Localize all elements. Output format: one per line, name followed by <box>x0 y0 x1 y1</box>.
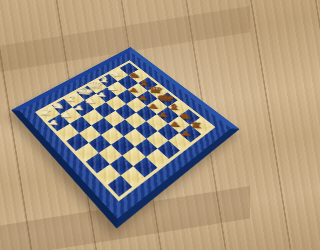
white-rook: ♜ <box>37 109 54 117</box>
black-pawn: ♟ <box>126 87 140 93</box>
black-rook: ♜ <box>188 121 204 129</box>
board-scene: ♞♝♛♚♝♞♜♞♟♟♟♟♟♟♝♟♛♟♚♟♝♟♞♟♜♟ <box>4 28 246 224</box>
chess-board: ♞♝♛♚♝♞♜♞♟♟♟♟♟♟♝♟♛♟♚♟♝♟♞♟♜♟ <box>11 47 239 228</box>
white-pawn: ♟ <box>58 111 74 118</box>
board-inner-frame: ♞♝♛♚♝♞♜♞♟♟♟♟♟♟♝♟♛♟♚♟♝♟♞♟♜♟ <box>35 60 215 201</box>
board-grid: ♞♝♛♚♝♞♜♞♟♟♟♟♟♟♝♟♛♟♚♟♝♟♞♟♜♟ <box>39 63 211 197</box>
white-pawn: ♟ <box>46 119 63 126</box>
white-pawn: ♟ <box>106 85 121 91</box>
black-pawn: ♟ <box>178 129 194 137</box>
white-pawn: ♟ <box>95 91 110 98</box>
black-pawn: ♟ <box>146 103 161 110</box>
black-pawn: ♟ <box>166 120 182 127</box>
white-pawn: ♟ <box>83 98 98 105</box>
black-pawn: ♟ <box>135 95 150 102</box>
photo-of-chess-set: { "game": "chess", "scene": { "setting":… <box>0 0 250 250</box>
black-knight: ♞ <box>177 111 193 120</box>
